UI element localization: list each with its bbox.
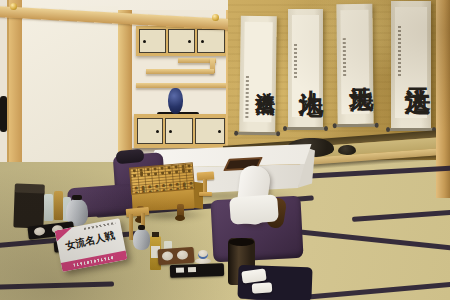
water-bottle — [44, 194, 53, 221]
shogi-piece: ☗ — [159, 172, 165, 176]
navy-vase — [168, 88, 183, 114]
teacup-blue-pattern — [198, 250, 208, 259]
wooden-tray — [157, 247, 194, 265]
scroll-rod — [236, 132, 278, 136]
gold-nail-ornament — [10, 3, 17, 10]
folded-towel — [252, 282, 273, 293]
shogi-piece: ☗ — [131, 169, 137, 173]
white-covered-chair-seat — [229, 194, 279, 224]
tea-bottle — [54, 191, 63, 220]
lidded-teacup — [162, 251, 174, 261]
shogi-piece: ☗ — [166, 172, 172, 176]
cabinet-door — [195, 118, 225, 144]
shogi-piece: ☗ — [161, 189, 167, 193]
hanging-scroll: 天法道 — [391, 1, 431, 128]
shogi-piece: ☗ — [147, 184, 153, 188]
shogi-piece: ☗ — [186, 164, 192, 168]
thermos-kettle — [133, 229, 150, 250]
hanging-scroll: 人法地 — [288, 9, 323, 127]
shogi-piece: ☗ — [132, 175, 138, 179]
tatami-border — [0, 281, 114, 289]
lower-cabinet — [134, 114, 228, 148]
wrapped-item — [176, 267, 184, 272]
shogi-piece: ☗ — [180, 170, 186, 174]
scroll-rod — [285, 127, 326, 130]
upper-cabinet — [136, 26, 228, 56]
hanging-scroll: 道法自然 — [239, 16, 277, 132]
scroll-signature — [294, 44, 297, 79]
gold-nail-ornament — [212, 14, 219, 21]
fusuma-door — [0, 0, 9, 162]
bottle-cap — [152, 232, 159, 237]
shogi-piece: ☗ — [188, 181, 194, 185]
door-handle — [0, 96, 7, 132]
shogi-piece: ☗ — [174, 182, 180, 186]
shogi-piece: ☗ — [147, 190, 153, 194]
cabinet-door — [197, 29, 225, 53]
hanging-scroll: 地法天 — [336, 4, 373, 124]
dark-object-on-platform — [338, 145, 356, 155]
wood-post — [118, 10, 132, 162]
shogi-piece: ☗ — [173, 165, 179, 169]
scroll-calligraphy: 地法天 — [336, 12, 373, 124]
shogi-piece: ☗ — [153, 173, 159, 177]
scroll-calligraphy: 天法道 — [391, 9, 431, 128]
cabinet-door — [165, 118, 193, 144]
tatami-border — [352, 209, 450, 222]
shogi-piece: ☗ — [146, 173, 152, 177]
shogi-piece: ☗ — [153, 184, 159, 188]
teacup — [34, 227, 46, 236]
scroll-signature — [245, 76, 249, 120]
staggered-shelf — [136, 83, 228, 88]
shogi-piece: ☗ — [166, 166, 172, 170]
lidded-teacup — [177, 250, 189, 260]
staggered-shelf — [146, 69, 214, 74]
scroll-signature — [398, 26, 401, 77]
match-room-photo: 道法自然 人法地 地法天 天法道 — [0, 0, 450, 300]
piece-stand-base — [199, 192, 212, 196]
shogi-piece: ☗ — [159, 167, 165, 171]
cabinet-door — [139, 29, 166, 53]
shogi-piece: ☗ — [187, 170, 193, 174]
black-tray — [170, 263, 224, 278]
shogi-board-grid: ☗☗☗☗☗☗☗☗☗☗☗☗☗☗☗☗☗☗☗☗☗☗☗☗☗☗☗☗☗☗☗☗☗☗☗☗☗☗☗☗ — [129, 162, 195, 194]
shogi-piece: ☗ — [140, 191, 146, 195]
shogi-piece: ☗ — [188, 186, 194, 190]
scroll-signature — [343, 38, 346, 76]
shogi-piece: ☗ — [152, 167, 158, 171]
shogi-piece: ☗ — [167, 183, 173, 187]
shogi-piece: ☗ — [139, 174, 145, 178]
waste-box — [13, 189, 44, 228]
fusuma-panel — [22, 6, 118, 160]
shogi-piece: ☗ — [133, 186, 139, 190]
board-foot — [175, 215, 185, 221]
wrapped-item — [188, 267, 196, 272]
cabinet-door — [137, 118, 163, 144]
scroll-rod — [335, 124, 377, 127]
sign-pink-band — [61, 250, 128, 271]
tatami-border — [300, 230, 450, 252]
shogi-piece: ☗ — [160, 183, 166, 187]
cabinet-door — [168, 29, 195, 53]
shogi-piece: ☗ — [175, 188, 181, 192]
shogi-piece: ☗ — [173, 171, 179, 175]
shogi-piece: ☗ — [145, 168, 151, 172]
wood-stile — [9, 0, 22, 162]
